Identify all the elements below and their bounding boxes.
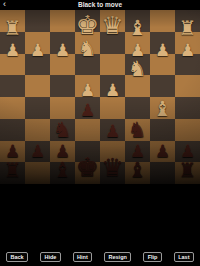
chess-board: ♜♝♛♚♜♟♟♟♞♟♟♟♞♟♟♝♟♞♟♞♟♟♟♟♟♟♜♝♛♚♝♜ [0,10,200,184]
piece-black-rook-h8[interactable]: ♜ [0,160,25,180]
piece-black-queen-d8[interactable]: ♛ [100,155,125,180]
resign-button[interactable]: Resign [104,252,131,262]
piece-white-pawn-a2[interactable]: ♟ [175,42,200,59]
flip-button[interactable]: Flip [143,252,162,262]
piece-white-knight-c3[interactable]: ♞ [125,58,150,79]
pawn-glyph: ♟ [175,143,200,160]
pawn-glyph: ♟ [0,143,25,160]
piece-white-pawn-d4[interactable]: ♟ [100,82,125,99]
king-glyph: ♚ [75,154,100,180]
piece-black-pawn-e5[interactable]: ♟ [75,102,100,119]
pawn-glyph: ♟ [100,82,125,99]
piece-black-pawn-a7[interactable]: ♟ [175,143,200,160]
piece-black-king-e8[interactable]: ♚ [75,154,100,180]
rook-glyph: ♜ [0,160,25,180]
queen-glyph: ♛ [100,13,125,38]
piece-white-pawn-f2[interactable]: ♟ [50,42,75,59]
knight-glyph: ♞ [50,119,75,140]
pawn-glyph: ♟ [0,42,25,59]
board-pieces: ♜♝♛♚♜♟♟♟♞♟♟♟♞♟♟♝♟♞♟♞♟♟♟♟♟♟♜♝♛♚♝♜ [0,10,200,184]
pawn-glyph: ♟ [25,143,50,160]
piece-white-bishop-b5[interactable]: ♝ [150,98,175,119]
hint-button[interactable]: Hint [73,252,93,262]
pawn-glyph: ♟ [50,42,75,59]
rook-glyph: ♜ [175,160,200,180]
queen-glyph: ♛ [100,155,125,180]
piece-white-pawn-b2[interactable]: ♟ [150,42,175,59]
pawn-glyph: ♟ [150,143,175,160]
pawn-glyph: ♟ [75,82,100,99]
piece-white-king-e1[interactable]: ♚ [75,12,100,38]
pawn-glyph: ♟ [175,42,200,59]
hide-button[interactable]: Hide [40,252,61,262]
piece-black-pawn-b7[interactable]: ♟ [150,143,175,160]
piece-white-knight-e2[interactable]: ♞ [75,38,100,59]
piece-white-rook-h1[interactable]: ♜ [0,18,25,38]
piece-black-pawn-d6[interactable]: ♟ [100,123,125,140]
piece-white-pawn-c2[interactable]: ♟ [125,42,150,59]
back-button[interactable]: Back [6,252,28,262]
last-button[interactable]: Last [174,252,194,262]
app-window: { "app": { "status_title": "Black to mov… [0,0,200,266]
king-glyph: ♚ [75,12,100,38]
bottom-toolbar: BackHideHintResignFlipLast [0,251,200,263]
bishop-glyph: ♝ [50,159,75,180]
knight-glyph: ♞ [125,119,150,140]
status-bar: ‹ Black to move [0,0,200,10]
piece-black-knight-c6[interactable]: ♞ [125,119,150,140]
bishop-glyph: ♝ [125,17,150,38]
piece-white-pawn-e4[interactable]: ♟ [75,82,100,99]
bishop-glyph: ♝ [125,159,150,180]
piece-black-pawn-g7[interactable]: ♟ [25,143,50,160]
status-title: Black to move [0,1,200,9]
rook-glyph: ♜ [175,18,200,38]
pawn-glyph: ♟ [150,42,175,59]
knight-glyph: ♞ [75,38,100,59]
piece-black-rook-a8[interactable]: ♜ [175,160,200,180]
bishop-glyph: ♝ [150,98,175,119]
pawn-glyph: ♟ [125,42,150,59]
piece-black-bishop-c8[interactable]: ♝ [125,159,150,180]
pawn-glyph: ♟ [75,102,100,119]
piece-white-bishop-c1[interactable]: ♝ [125,17,150,38]
piece-white-pawn-g2[interactable]: ♟ [25,42,50,59]
piece-white-rook-a1[interactable]: ♜ [175,18,200,38]
piece-black-pawn-h7[interactable]: ♟ [0,143,25,160]
piece-white-pawn-h2[interactable]: ♟ [0,42,25,59]
pawn-glyph: ♟ [100,123,125,140]
rook-glyph: ♜ [0,18,25,38]
piece-black-bishop-f8[interactable]: ♝ [50,159,75,180]
pawn-glyph: ♟ [25,42,50,59]
piece-black-knight-f6[interactable]: ♞ [50,119,75,140]
piece-white-queen-d1[interactable]: ♛ [100,13,125,38]
knight-glyph: ♞ [125,58,150,79]
